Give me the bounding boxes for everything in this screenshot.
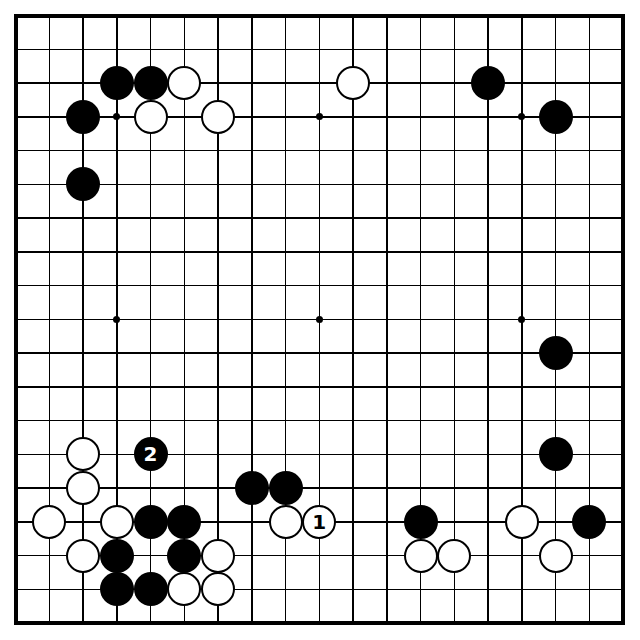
black-stone [167, 505, 201, 539]
black-stone [134, 66, 168, 100]
black-stone [404, 505, 438, 539]
black-stone [100, 66, 134, 100]
white-stone [134, 100, 168, 134]
black-stone [66, 167, 100, 201]
black-stone [134, 572, 168, 606]
white-stone [66, 539, 100, 573]
white-stone [66, 471, 100, 505]
black-stone [539, 336, 573, 370]
black-stone [269, 471, 303, 505]
white-stone [167, 66, 201, 100]
white-stone [201, 100, 235, 134]
white-stone-move-1: 1 [302, 505, 336, 539]
white-stone [32, 505, 66, 539]
white-stone [66, 437, 100, 471]
black-stone [100, 539, 134, 573]
white-stone [437, 539, 471, 573]
black-stone-move-2: 2 [134, 437, 168, 471]
white-stone [539, 539, 573, 573]
star-point [518, 316, 525, 323]
star-point [316, 113, 323, 120]
go-diagram: 21 [0, 0, 640, 640]
white-stone [269, 505, 303, 539]
black-stone [572, 505, 606, 539]
white-stone [201, 572, 235, 606]
move-number-label: 1 [312, 511, 326, 531]
black-stone [471, 66, 505, 100]
black-stone [235, 471, 269, 505]
black-stone [539, 437, 573, 471]
black-stone [167, 539, 201, 573]
black-stone [134, 505, 168, 539]
white-stone [201, 539, 235, 573]
black-stone [539, 100, 573, 134]
star-point [316, 316, 323, 323]
star-point [113, 316, 120, 323]
black-stone [66, 100, 100, 134]
go-board: 21 [0, 0, 640, 640]
white-stone [100, 505, 134, 539]
white-stone [336, 66, 370, 100]
white-stone [404, 539, 438, 573]
white-stone [505, 505, 539, 539]
black-stone [100, 572, 134, 606]
move-number-label: 2 [144, 444, 158, 464]
